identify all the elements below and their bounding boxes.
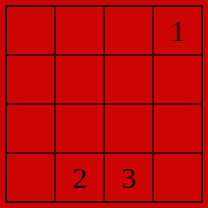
cell-r3c1[interactable] bbox=[7, 105, 54, 152]
cell-r2c1[interactable] bbox=[7, 56, 54, 103]
cell-r4c1[interactable] bbox=[7, 154, 54, 201]
cell-r1c4[interactable]: 1 bbox=[154, 7, 201, 54]
cell-r1c2[interactable] bbox=[56, 7, 103, 54]
cell-r4c3[interactable]: 3 bbox=[105, 154, 152, 201]
cell-r4c2[interactable]: 2 bbox=[56, 154, 103, 201]
cell-r2c2[interactable] bbox=[56, 56, 103, 103]
cell-r1c1[interactable] bbox=[7, 7, 54, 54]
cell-r1c3[interactable] bbox=[105, 7, 152, 54]
cell-r2c4[interactable] bbox=[154, 56, 201, 103]
cell-r4c4[interactable] bbox=[154, 154, 201, 201]
cell-r3c4[interactable] bbox=[154, 105, 201, 152]
puzzle-board: 1 2 3 bbox=[5, 5, 203, 203]
cell-r3c2[interactable] bbox=[56, 105, 103, 152]
cell-r3c3[interactable] bbox=[105, 105, 152, 152]
cell-r2c3[interactable] bbox=[105, 56, 152, 103]
